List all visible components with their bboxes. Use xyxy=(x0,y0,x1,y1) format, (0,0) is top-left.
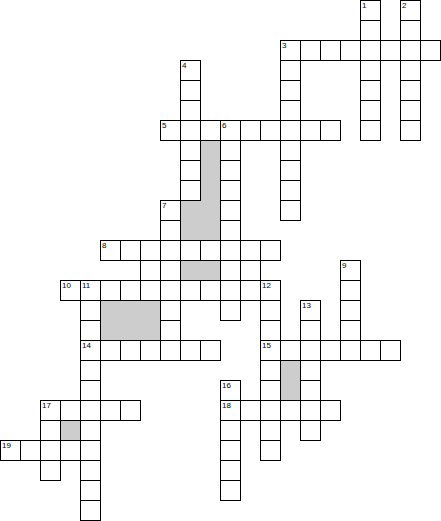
cell[interactable] xyxy=(400,120,421,141)
cell[interactable] xyxy=(160,220,181,241)
cell[interactable] xyxy=(240,260,261,281)
cell[interactable] xyxy=(340,40,361,61)
shaded-cell[interactable] xyxy=(200,160,221,181)
cell[interactable] xyxy=(320,340,341,361)
clue-number-8: 8 xyxy=(102,242,106,250)
cell[interactable] xyxy=(400,60,421,81)
cell[interactable] xyxy=(360,20,381,41)
cell[interactable] xyxy=(300,360,321,381)
cell[interactable] xyxy=(180,80,201,101)
cell[interactable] xyxy=(280,340,301,361)
cell[interactable] xyxy=(220,220,241,241)
shaded-cell[interactable] xyxy=(180,260,201,281)
cell[interactable] xyxy=(340,340,361,361)
cell[interactable] xyxy=(300,40,321,61)
cell[interactable] xyxy=(400,80,421,101)
cell[interactable] xyxy=(220,240,241,261)
cell[interactable] xyxy=(220,140,241,161)
cell[interactable] xyxy=(160,300,181,321)
cell[interactable] xyxy=(240,240,261,261)
cell[interactable] xyxy=(300,320,321,341)
cell[interactable] xyxy=(300,420,321,441)
cell[interactable] xyxy=(220,420,241,441)
shaded-cell[interactable] xyxy=(280,360,301,381)
cell[interactable] xyxy=(180,280,201,301)
cell[interactable] xyxy=(140,260,161,281)
cell[interactable] xyxy=(80,440,101,461)
cell[interactable] xyxy=(200,340,221,361)
cell[interactable] xyxy=(400,20,421,41)
clue-number-12: 12 xyxy=(262,282,271,290)
clue-number-15: 15 xyxy=(262,342,271,350)
cell[interactable] xyxy=(100,340,121,361)
shaded-cell[interactable] xyxy=(280,380,301,401)
cell[interactable] xyxy=(220,160,241,181)
cell[interactable] xyxy=(320,400,341,421)
cell[interactable] xyxy=(80,420,101,441)
cell[interactable] xyxy=(20,440,41,461)
cell[interactable] xyxy=(180,340,201,361)
cell[interactable] xyxy=(220,200,241,221)
cell[interactable] xyxy=(400,40,421,61)
cell[interactable] xyxy=(260,420,281,441)
cell[interactable] xyxy=(280,140,301,161)
cell[interactable] xyxy=(80,320,101,341)
cell[interactable] xyxy=(220,260,241,281)
cell[interactable] xyxy=(280,200,301,221)
cell[interactable] xyxy=(320,120,341,141)
cell[interactable] xyxy=(340,280,361,301)
shaded-cell[interactable] xyxy=(100,300,121,321)
cell[interactable] xyxy=(80,460,101,481)
cell[interactable] xyxy=(80,360,101,381)
cell[interactable] xyxy=(140,340,161,361)
cell[interactable] xyxy=(280,120,301,141)
cell[interactable] xyxy=(360,60,381,81)
cell[interactable] xyxy=(200,120,221,141)
cell[interactable] xyxy=(340,320,361,341)
cell[interactable] xyxy=(360,120,381,141)
cell[interactable] xyxy=(420,40,441,61)
shaded-cell[interactable] xyxy=(200,260,221,281)
clue-number-16: 16 xyxy=(222,382,231,390)
cell[interactable] xyxy=(80,400,101,421)
cell[interactable] xyxy=(300,120,321,141)
cell[interactable] xyxy=(300,400,321,421)
cell[interactable] xyxy=(260,400,281,421)
shaded-cell[interactable] xyxy=(180,220,201,241)
cell[interactable] xyxy=(180,100,201,121)
cell[interactable] xyxy=(260,440,281,461)
cell[interactable] xyxy=(40,460,61,481)
cell[interactable] xyxy=(260,300,281,321)
cell[interactable] xyxy=(260,120,281,141)
cell[interactable] xyxy=(360,40,381,61)
clue-number-18: 18 xyxy=(222,402,231,410)
cell[interactable] xyxy=(180,140,201,161)
shaded-cell[interactable] xyxy=(140,300,161,321)
cell[interactable] xyxy=(220,300,241,321)
cell[interactable] xyxy=(240,400,261,421)
cell[interactable] xyxy=(280,160,301,181)
cell[interactable] xyxy=(160,320,181,341)
cell[interactable] xyxy=(220,180,241,201)
cell[interactable] xyxy=(140,280,161,301)
cell[interactable] xyxy=(260,320,281,341)
cell[interactable] xyxy=(160,240,181,261)
clue-number-14: 14 xyxy=(82,342,91,350)
clue-number-2: 2 xyxy=(402,2,406,10)
clue-number-17: 17 xyxy=(42,402,51,410)
clue-number-5: 5 xyxy=(162,122,166,130)
cell[interactable] xyxy=(240,120,261,141)
cell[interactable] xyxy=(260,240,281,261)
cell[interactable] xyxy=(260,360,281,381)
clue-number-19: 19 xyxy=(2,442,11,450)
cell[interactable] xyxy=(280,60,301,81)
clue-number-13: 13 xyxy=(302,302,311,310)
cell[interactable] xyxy=(180,120,201,141)
cell[interactable] xyxy=(180,240,201,261)
cell[interactable] xyxy=(80,500,101,521)
cell[interactable] xyxy=(160,340,181,361)
cell[interactable] xyxy=(80,380,101,401)
shaded-cell[interactable] xyxy=(200,220,221,241)
cell[interactable] xyxy=(380,340,401,361)
cell[interactable] xyxy=(140,240,161,261)
shaded-cell[interactable] xyxy=(120,300,141,321)
cell[interactable] xyxy=(160,260,181,281)
cell[interactable] xyxy=(360,100,381,121)
cell[interactable] xyxy=(380,40,401,61)
cell[interactable] xyxy=(200,240,221,261)
cell[interactable] xyxy=(180,160,201,181)
cell[interactable] xyxy=(40,420,61,441)
clue-number-7: 7 xyxy=(162,202,166,210)
shaded-cell[interactable] xyxy=(120,320,141,341)
cell[interactable] xyxy=(100,280,121,301)
cell[interactable] xyxy=(240,280,261,301)
clue-number-3: 3 xyxy=(282,42,286,50)
cell[interactable] xyxy=(120,240,141,261)
cell[interactable] xyxy=(360,80,381,101)
cell[interactable] xyxy=(60,400,81,421)
cell[interactable] xyxy=(120,340,141,361)
cell[interactable] xyxy=(180,180,201,201)
clue-number-10: 10 xyxy=(62,282,71,290)
cell[interactable] xyxy=(220,440,241,461)
cell[interactable] xyxy=(80,300,101,321)
cell[interactable] xyxy=(220,280,241,301)
shaded-cell[interactable] xyxy=(180,200,201,221)
cell[interactable] xyxy=(300,380,321,401)
shaded-cell[interactable] xyxy=(200,140,221,161)
shaded-cell[interactable] xyxy=(60,420,81,441)
clue-number-1: 1 xyxy=(362,2,366,10)
cell[interactable] xyxy=(340,300,361,321)
cell[interactable] xyxy=(320,40,341,61)
cell[interactable] xyxy=(280,80,301,101)
cell[interactable] xyxy=(280,100,301,121)
cell[interactable] xyxy=(160,280,181,301)
cell[interactable] xyxy=(200,280,221,301)
cell[interactable] xyxy=(40,440,61,461)
clue-number-6: 6 xyxy=(222,122,226,130)
shaded-cell[interactable] xyxy=(100,320,121,341)
cell[interactable] xyxy=(280,180,301,201)
cell[interactable] xyxy=(220,460,241,481)
shaded-cell[interactable] xyxy=(200,200,221,221)
cell[interactable] xyxy=(220,480,241,501)
crossword-board: 12345678910111213141516171819 xyxy=(0,0,441,521)
cell[interactable] xyxy=(260,380,281,401)
shaded-cell[interactable] xyxy=(200,180,221,201)
clue-number-4: 4 xyxy=(182,62,186,70)
cell[interactable] xyxy=(300,340,321,361)
cell[interactable] xyxy=(120,280,141,301)
cell[interactable] xyxy=(280,400,301,421)
cell[interactable] xyxy=(60,440,81,461)
clue-number-9: 9 xyxy=(342,262,346,270)
cell[interactable] xyxy=(400,100,421,121)
cell[interactable] xyxy=(100,400,121,421)
cell[interactable] xyxy=(80,480,101,501)
clue-number-11: 11 xyxy=(82,282,90,290)
cell[interactable] xyxy=(120,400,141,421)
cell[interactable] xyxy=(360,340,381,361)
shaded-cell[interactable] xyxy=(140,320,161,341)
